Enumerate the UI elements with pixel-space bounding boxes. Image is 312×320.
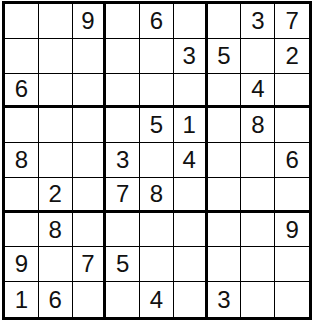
cell-r6c2[interactable]: 2 (39, 178, 73, 213)
cell-r5c2[interactable] (39, 143, 73, 178)
cell-r2c1[interactable] (5, 39, 39, 74)
cell-r5c5[interactable] (140, 143, 174, 178)
cell-r4c5[interactable]: 5 (140, 108, 174, 143)
cell-r7c9[interactable]: 9 (275, 213, 309, 248)
cell-r3c3[interactable] (73, 74, 107, 109)
cell-r7c3[interactable] (73, 213, 107, 248)
cell-r8c9[interactable] (275, 247, 309, 282)
sudoku-board: 9637352645188346278899751643 (2, 1, 312, 320)
cell-r1c6[interactable] (174, 4, 208, 39)
cell-r1c1[interactable] (5, 4, 39, 39)
cell-r4c1[interactable] (5, 108, 39, 143)
cell-r8c2[interactable] (39, 247, 73, 282)
cell-r2c4[interactable] (106, 39, 140, 74)
cell-r1c8[interactable]: 3 (241, 4, 275, 39)
cell-r5c6[interactable]: 4 (174, 143, 208, 178)
cell-r4c3[interactable] (73, 108, 107, 143)
cell-r1c3[interactable]: 9 (73, 4, 107, 39)
cell-r2c5[interactable] (140, 39, 174, 74)
cell-r4c9[interactable] (275, 108, 309, 143)
cell-r5c8[interactable] (241, 143, 275, 178)
cell-r8c1[interactable]: 9 (5, 247, 39, 282)
cell-r6c4[interactable]: 7 (106, 178, 140, 213)
cell-r3c1[interactable]: 6 (5, 74, 39, 109)
cell-r8c7[interactable] (208, 247, 242, 282)
cell-r1c9[interactable]: 7 (275, 4, 309, 39)
cell-r9c6[interactable] (174, 282, 208, 317)
cell-r9c9[interactable] (275, 282, 309, 317)
cell-r9c2[interactable]: 6 (39, 282, 73, 317)
cell-r7c1[interactable] (5, 213, 39, 248)
cell-r6c1[interactable] (5, 178, 39, 213)
cell-r8c5[interactable] (140, 247, 174, 282)
cell-r7c4[interactable] (106, 213, 140, 248)
cell-r4c8[interactable]: 8 (241, 108, 275, 143)
cell-r4c7[interactable] (208, 108, 242, 143)
cell-r3c5[interactable] (140, 74, 174, 109)
cell-r6c9[interactable] (275, 178, 309, 213)
cell-r7c2[interactable]: 8 (39, 213, 73, 248)
cell-r5c9[interactable]: 6 (275, 143, 309, 178)
cell-r3c7[interactable] (208, 74, 242, 109)
cell-r3c8[interactable]: 4 (241, 74, 275, 109)
cell-r2c3[interactable] (73, 39, 107, 74)
cell-r7c7[interactable] (208, 213, 242, 248)
cell-r5c1[interactable]: 8 (5, 143, 39, 178)
cell-r3c4[interactable] (106, 74, 140, 109)
cell-r5c4[interactable]: 3 (106, 143, 140, 178)
cell-r5c7[interactable] (208, 143, 242, 178)
cell-r7c6[interactable] (174, 213, 208, 248)
cell-r1c2[interactable] (39, 4, 73, 39)
cell-r6c8[interactable] (241, 178, 275, 213)
cell-r7c5[interactable] (140, 213, 174, 248)
cell-r4c4[interactable] (106, 108, 140, 143)
cell-r1c4[interactable] (106, 4, 140, 39)
cell-r3c9[interactable] (275, 74, 309, 109)
cell-r8c6[interactable] (174, 247, 208, 282)
cell-r2c7[interactable]: 5 (208, 39, 242, 74)
cell-r7c8[interactable] (241, 213, 275, 248)
cell-r2c2[interactable] (39, 39, 73, 74)
cell-r1c5[interactable]: 6 (140, 4, 174, 39)
cell-r2c8[interactable] (241, 39, 275, 74)
cell-r6c5[interactable]: 8 (140, 178, 174, 213)
cell-r9c4[interactable] (106, 282, 140, 317)
cell-r1c7[interactable] (208, 4, 242, 39)
cell-r9c5[interactable]: 4 (140, 282, 174, 317)
cell-r3c2[interactable] (39, 74, 73, 109)
cell-r5c3[interactable] (73, 143, 107, 178)
cell-r4c6[interactable]: 1 (174, 108, 208, 143)
cell-r8c3[interactable]: 7 (73, 247, 107, 282)
cell-r6c3[interactable] (73, 178, 107, 213)
cell-r2c6[interactable]: 3 (174, 39, 208, 74)
cell-r9c7[interactable]: 3 (208, 282, 242, 317)
cell-r6c7[interactable] (208, 178, 242, 213)
cell-r8c4[interactable]: 5 (106, 247, 140, 282)
cell-r4c2[interactable] (39, 108, 73, 143)
cell-r9c1[interactable]: 1 (5, 282, 39, 317)
cell-r9c8[interactable] (241, 282, 275, 317)
cell-r8c8[interactable] (241, 247, 275, 282)
cell-r3c6[interactable] (174, 74, 208, 109)
cell-r9c3[interactable] (73, 282, 107, 317)
cell-r2c9[interactable]: 2 (275, 39, 309, 74)
cell-r6c6[interactable] (174, 178, 208, 213)
